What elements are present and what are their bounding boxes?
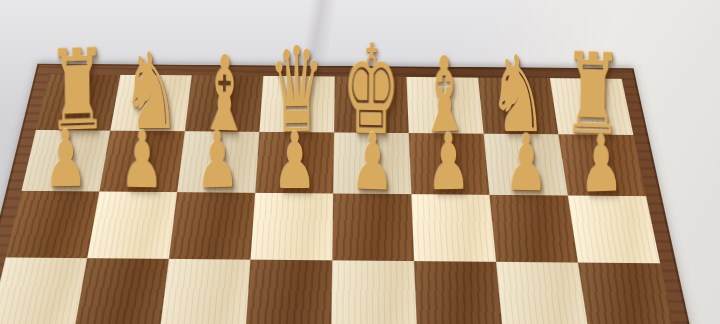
board-square bbox=[550, 78, 633, 135]
board-square bbox=[414, 261, 503, 324]
board-square bbox=[411, 194, 496, 262]
board-square bbox=[185, 75, 263, 131]
board-square bbox=[496, 262, 589, 324]
board-square bbox=[177, 131, 259, 193]
board-square bbox=[558, 134, 646, 196]
board-square bbox=[331, 260, 417, 324]
board-square bbox=[406, 77, 483, 134]
photo-scene: ♜♞♝♛♚♝♞♜♟♟♟♟♟♟♟♟ bbox=[0, 0, 720, 324]
board-square bbox=[578, 263, 675, 324]
board-square bbox=[259, 76, 334, 133]
board-square bbox=[255, 132, 334, 194]
board-square bbox=[160, 259, 251, 324]
board-square bbox=[110, 75, 192, 131]
board-square bbox=[478, 78, 558, 135]
board-square bbox=[245, 260, 332, 324]
board-square bbox=[21, 130, 110, 191]
board-square bbox=[333, 132, 411, 194]
board-square bbox=[332, 193, 414, 261]
board-square bbox=[169, 192, 255, 259]
board-square bbox=[251, 193, 334, 261]
board-square bbox=[568, 196, 660, 264]
board-square bbox=[74, 258, 169, 324]
chess-board bbox=[0, 64, 720, 324]
board-square bbox=[36, 74, 121, 130]
board-square bbox=[334, 76, 409, 133]
board-square bbox=[490, 195, 579, 263]
board-square bbox=[409, 133, 490, 195]
board-square bbox=[484, 134, 568, 196]
board-square bbox=[99, 131, 185, 193]
board-square bbox=[87, 191, 177, 258]
board-square bbox=[6, 191, 100, 258]
board-square bbox=[0, 257, 87, 324]
